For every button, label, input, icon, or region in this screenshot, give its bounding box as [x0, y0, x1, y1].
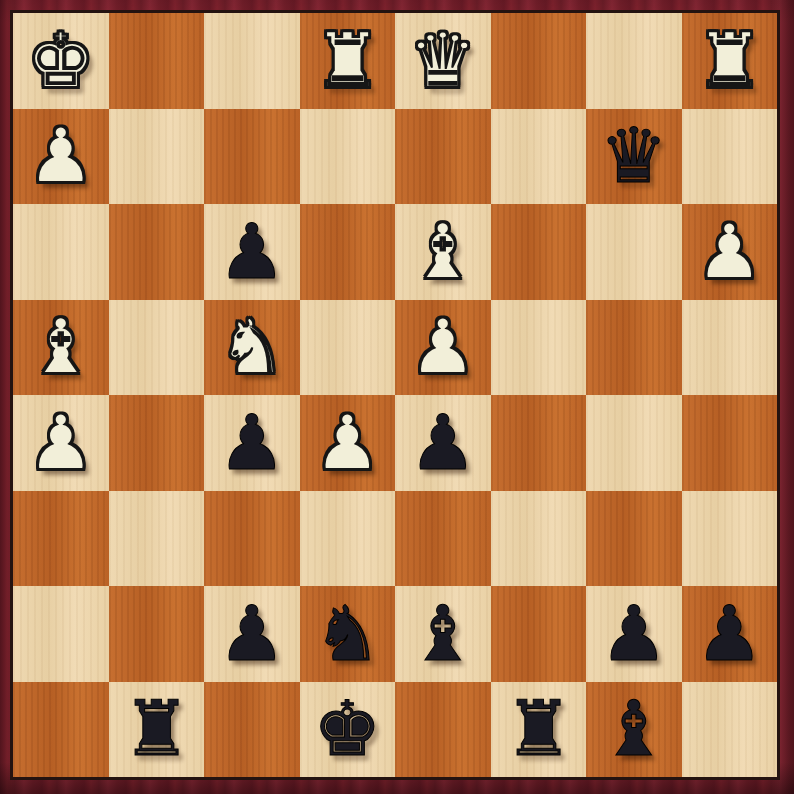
white-pawn-a3[interactable]: ♟ [682, 204, 778, 300]
square-b8[interactable]: ♝ [586, 682, 682, 778]
white-rook-a1[interactable]: ♜ [682, 13, 778, 109]
square-g8[interactable]: ♜ [109, 682, 205, 778]
square-d1[interactable]: ♛ [395, 13, 491, 109]
square-c6[interactable] [491, 491, 587, 587]
square-a8[interactable] [682, 682, 778, 778]
square-a7[interactable]: ♟ [682, 586, 778, 682]
square-b4[interactable] [586, 300, 682, 396]
square-h5[interactable]: ♟ [13, 395, 109, 491]
square-b2[interactable]: ♛ [586, 109, 682, 205]
square-d4[interactable]: ♟ [395, 300, 491, 396]
square-c2[interactable] [491, 109, 587, 205]
square-f2[interactable] [204, 109, 300, 205]
white-bishop-h4[interactable]: ♝ [13, 300, 109, 396]
square-h8[interactable] [13, 682, 109, 778]
square-c3[interactable] [491, 204, 587, 300]
square-c1[interactable] [491, 13, 587, 109]
square-d6[interactable] [395, 491, 491, 587]
square-g3[interactable] [109, 204, 205, 300]
white-queen-d1[interactable]: ♛ [395, 13, 491, 109]
square-b3[interactable] [586, 204, 682, 300]
square-f8[interactable] [204, 682, 300, 778]
square-c4[interactable] [491, 300, 587, 396]
square-a4[interactable] [682, 300, 778, 396]
square-g5[interactable] [109, 395, 205, 491]
white-pawn-e5[interactable]: ♟ [300, 395, 396, 491]
square-e2[interactable] [300, 109, 396, 205]
square-d3[interactable]: ♝ [395, 204, 491, 300]
white-pawn-h5[interactable]: ♟ [13, 395, 109, 491]
square-a6[interactable] [682, 491, 778, 587]
black-bishop-d7[interactable]: ♝ [395, 586, 491, 682]
square-d2[interactable] [395, 109, 491, 205]
square-f3[interactable]: ♟ [204, 204, 300, 300]
square-e8[interactable]: ♚ [300, 682, 396, 778]
black-rook-c8[interactable]: ♜ [491, 682, 587, 778]
board-frame: ♚♜♛♜♟♛♟♝♟♝♞♟♟♟♟♟♟♞♝♟♟♜♚♜♝ [0, 0, 794, 794]
square-h7[interactable] [13, 586, 109, 682]
square-b7[interactable]: ♟ [586, 586, 682, 682]
black-pawn-f7[interactable]: ♟ [204, 586, 300, 682]
square-g4[interactable] [109, 300, 205, 396]
black-pawn-b7[interactable]: ♟ [586, 586, 682, 682]
black-pawn-f3[interactable]: ♟ [204, 204, 300, 300]
black-knight-e7[interactable]: ♞ [300, 586, 396, 682]
chess-board: ♚♜♛♜♟♛♟♝♟♝♞♟♟♟♟♟♟♞♝♟♟♜♚♜♝ [10, 10, 780, 780]
square-a2[interactable] [682, 109, 778, 205]
black-queen-b2[interactable]: ♛ [586, 109, 682, 205]
black-pawn-f5[interactable]: ♟ [204, 395, 300, 491]
black-pawn-a7[interactable]: ♟ [682, 586, 778, 682]
square-f1[interactable] [204, 13, 300, 109]
square-f4[interactable]: ♞ [204, 300, 300, 396]
square-e1[interactable]: ♜ [300, 13, 396, 109]
square-c8[interactable]: ♜ [491, 682, 587, 778]
white-pawn-h2[interactable]: ♟ [13, 109, 109, 205]
square-f7[interactable]: ♟ [204, 586, 300, 682]
black-rook-g8[interactable]: ♜ [109, 682, 205, 778]
square-b6[interactable] [586, 491, 682, 587]
square-e3[interactable] [300, 204, 396, 300]
square-h6[interactable] [13, 491, 109, 587]
square-e6[interactable] [300, 491, 396, 587]
square-d5[interactable]: ♟ [395, 395, 491, 491]
white-pawn-d4[interactable]: ♟ [395, 300, 491, 396]
square-b5[interactable] [586, 395, 682, 491]
square-h1[interactable]: ♚ [13, 13, 109, 109]
square-d7[interactable]: ♝ [395, 586, 491, 682]
square-b1[interactable] [586, 13, 682, 109]
square-g6[interactable] [109, 491, 205, 587]
square-c5[interactable] [491, 395, 587, 491]
square-f6[interactable] [204, 491, 300, 587]
square-a1[interactable]: ♜ [682, 13, 778, 109]
square-g2[interactable] [109, 109, 205, 205]
white-knight-f4[interactable]: ♞ [204, 300, 300, 396]
black-king-e8[interactable]: ♚ [300, 682, 396, 778]
black-bishop-b8[interactable]: ♝ [586, 682, 682, 778]
square-d8[interactable] [395, 682, 491, 778]
square-g1[interactable] [109, 13, 205, 109]
square-h2[interactable]: ♟ [13, 109, 109, 205]
black-pawn-d5[interactable]: ♟ [395, 395, 491, 491]
white-king-h1[interactable]: ♚ [13, 13, 109, 109]
square-a3[interactable]: ♟ [682, 204, 778, 300]
square-e7[interactable]: ♞ [300, 586, 396, 682]
white-bishop-d3[interactable]: ♝ [395, 204, 491, 300]
square-e4[interactable] [300, 300, 396, 396]
square-h3[interactable] [13, 204, 109, 300]
square-a5[interactable] [682, 395, 778, 491]
square-f5[interactable]: ♟ [204, 395, 300, 491]
square-g7[interactable] [109, 586, 205, 682]
white-rook-e1[interactable]: ♜ [300, 13, 396, 109]
square-e5[interactable]: ♟ [300, 395, 396, 491]
square-h4[interactable]: ♝ [13, 300, 109, 396]
square-c7[interactable] [491, 586, 587, 682]
